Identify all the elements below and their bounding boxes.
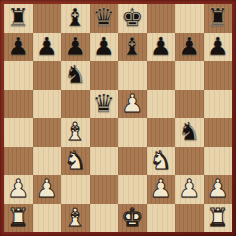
square-d1[interactable] — [90, 204, 119, 233]
square-e2[interactable] — [118, 175, 147, 204]
black-bishop[interactable]: ♝ — [121, 33, 143, 61]
white-pawn[interactable]: ♟ — [121, 90, 143, 118]
square-g7[interactable]: ♟ — [175, 33, 204, 62]
square-b6[interactable] — [33, 61, 62, 90]
black-bishop[interactable]: ♝ — [64, 4, 86, 32]
black-queen[interactable]: ♛ — [93, 90, 115, 118]
white-rook[interactable]: ♜ — [207, 204, 229, 232]
square-b1[interactable] — [33, 204, 62, 233]
black-pawn[interactable]: ♟ — [150, 33, 172, 61]
white-bishop[interactable]: ♝ — [64, 118, 86, 146]
black-pawn[interactable]: ♟ — [207, 33, 229, 61]
square-d3[interactable] — [90, 147, 119, 176]
white-knight[interactable]: ♞ — [150, 147, 172, 175]
square-g8[interactable] — [175, 4, 204, 33]
black-knight[interactable]: ♞ — [178, 118, 200, 146]
square-e1[interactable]: ♚ — [118, 204, 147, 233]
square-h4[interactable] — [204, 118, 233, 147]
white-pawn[interactable]: ♟ — [150, 175, 172, 203]
square-d7[interactable]: ♟ — [90, 33, 119, 62]
square-h3[interactable] — [204, 147, 233, 176]
square-b5[interactable] — [33, 90, 62, 119]
square-e6[interactable] — [118, 61, 147, 90]
black-pawn[interactable]: ♟ — [7, 33, 29, 61]
black-king[interactable]: ♚ — [121, 4, 143, 32]
square-h5[interactable] — [204, 90, 233, 119]
square-e4[interactable] — [118, 118, 147, 147]
black-pawn[interactable]: ♟ — [64, 33, 86, 61]
square-c8[interactable]: ♝ — [61, 4, 90, 33]
square-c5[interactable] — [61, 90, 90, 119]
square-a6[interactable] — [4, 61, 33, 90]
square-a5[interactable] — [4, 90, 33, 119]
square-f6[interactable] — [147, 61, 176, 90]
square-h7[interactable]: ♟ — [204, 33, 233, 62]
square-a8[interactable]: ♜ — [4, 4, 33, 33]
square-f8[interactable] — [147, 4, 176, 33]
square-h8[interactable]: ♜ — [204, 4, 233, 33]
white-king[interactable]: ♚ — [121, 204, 143, 232]
square-e3[interactable] — [118, 147, 147, 176]
white-pawn[interactable]: ♟ — [36, 175, 58, 203]
square-b2[interactable]: ♟ — [33, 175, 62, 204]
square-g1[interactable] — [175, 204, 204, 233]
square-d2[interactable] — [90, 175, 119, 204]
square-d6[interactable] — [90, 61, 119, 90]
square-d4[interactable] — [90, 118, 119, 147]
white-rook[interactable]: ♜ — [7, 204, 29, 232]
square-d8[interactable]: ♛ — [90, 4, 119, 33]
square-e8[interactable]: ♚ — [118, 4, 147, 33]
square-e7[interactable]: ♝ — [118, 33, 147, 62]
square-h6[interactable] — [204, 61, 233, 90]
chess-board[interactable]: ♜♝♛♚♜♟♟♟♟♝♟♟♟♞♛♟♝♞♞♞♟♟♟♟♟♜♝♚♜ — [4, 4, 232, 232]
white-bishop[interactable]: ♝ — [64, 204, 86, 232]
square-f5[interactable] — [147, 90, 176, 119]
black-knight[interactable]: ♞ — [64, 61, 86, 89]
black-rook[interactable]: ♜ — [7, 4, 29, 32]
square-f4[interactable] — [147, 118, 176, 147]
white-knight[interactable]: ♞ — [64, 147, 86, 175]
square-f7[interactable]: ♟ — [147, 33, 176, 62]
square-c4[interactable]: ♝ — [61, 118, 90, 147]
square-g3[interactable] — [175, 147, 204, 176]
square-g4[interactable]: ♞ — [175, 118, 204, 147]
square-c6[interactable]: ♞ — [61, 61, 90, 90]
square-e5[interactable]: ♟ — [118, 90, 147, 119]
square-h1[interactable]: ♜ — [204, 204, 233, 233]
square-c2[interactable] — [61, 175, 90, 204]
black-queen[interactable]: ♛ — [93, 4, 115, 32]
square-b4[interactable] — [33, 118, 62, 147]
square-d5[interactable]: ♛ — [90, 90, 119, 119]
square-g6[interactable] — [175, 61, 204, 90]
white-pawn[interactable]: ♟ — [207, 175, 229, 203]
square-a4[interactable] — [4, 118, 33, 147]
square-b7[interactable]: ♟ — [33, 33, 62, 62]
board-frame: ♜♝♛♚♜♟♟♟♟♝♟♟♟♞♛♟♝♞♞♞♟♟♟♟♟♜♝♚♜ — [0, 0, 236, 236]
square-a3[interactable] — [4, 147, 33, 176]
black-pawn[interactable]: ♟ — [178, 33, 200, 61]
square-f3[interactable]: ♞ — [147, 147, 176, 176]
square-g2[interactable]: ♟ — [175, 175, 204, 204]
square-b3[interactable] — [33, 147, 62, 176]
square-g5[interactable] — [175, 90, 204, 119]
white-pawn[interactable]: ♟ — [7, 175, 29, 203]
square-a2[interactable]: ♟ — [4, 175, 33, 204]
square-f1[interactable] — [147, 204, 176, 233]
square-f2[interactable]: ♟ — [147, 175, 176, 204]
square-c7[interactable]: ♟ — [61, 33, 90, 62]
square-h2[interactable]: ♟ — [204, 175, 233, 204]
white-pawn[interactable]: ♟ — [178, 175, 200, 203]
square-c1[interactable]: ♝ — [61, 204, 90, 233]
black-pawn[interactable]: ♟ — [36, 33, 58, 61]
black-rook[interactable]: ♜ — [207, 4, 229, 32]
black-pawn[interactable]: ♟ — [93, 33, 115, 61]
square-c3[interactable]: ♞ — [61, 147, 90, 176]
square-b8[interactable] — [33, 4, 62, 33]
square-a1[interactable]: ♜ — [4, 204, 33, 233]
square-a7[interactable]: ♟ — [4, 33, 33, 62]
